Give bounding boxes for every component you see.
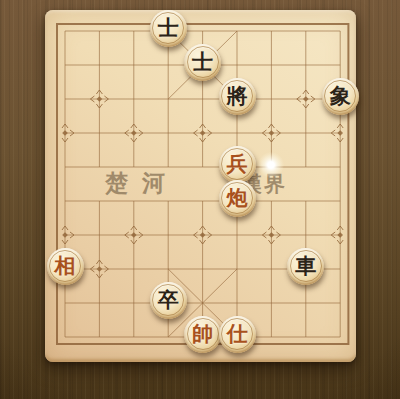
piece-glyph: 炮 [227, 180, 248, 217]
piece-black-advisor-2[interactable]: 士 [184, 44, 221, 81]
piece-red-cannon[interactable]: 炮 [219, 180, 256, 217]
piece-black-advisor-1[interactable]: 士 [150, 10, 187, 47]
piece-black-general[interactable]: 將 [219, 78, 256, 115]
xiangqi-scene: 楚河 漢界 士士將象兵炮相車卒帥仕 [0, 0, 400, 399]
piece-glyph: 兵 [227, 146, 248, 183]
piece-glyph: 象 [330, 78, 351, 115]
piece-glyph: 帥 [192, 316, 213, 353]
piece-black-soldier[interactable]: 卒 [150, 282, 187, 319]
piece-glyph: 士 [192, 44, 213, 81]
piece-glyph: 士 [158, 10, 179, 47]
piece-glyph: 車 [295, 248, 316, 285]
piece-glyph: 將 [227, 78, 248, 115]
piece-red-general[interactable]: 帥 [184, 316, 221, 353]
piece-red-advisor[interactable]: 仕 [219, 316, 256, 353]
piece-red-soldier[interactable]: 兵 [219, 146, 256, 183]
piece-glyph: 仕 [227, 316, 248, 353]
piece-glyph: 卒 [158, 282, 179, 319]
piece-black-chariot[interactable]: 車 [287, 248, 324, 285]
xiangqi-board[interactable]: 楚河 漢界 士士將象兵炮相車卒帥仕 [45, 10, 356, 362]
piece-black-elephant[interactable]: 象 [322, 78, 359, 115]
piece-red-elephant[interactable]: 相 [47, 248, 84, 285]
pieces-layer: 士士將象兵炮相車卒帥仕 [45, 10, 356, 362]
piece-glyph: 相 [55, 248, 76, 285]
